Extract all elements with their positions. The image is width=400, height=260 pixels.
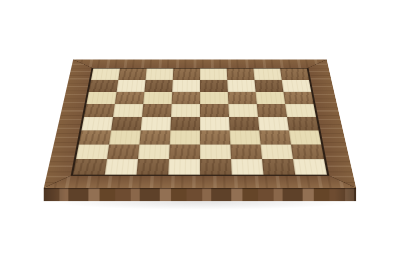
square-c2 <box>138 145 170 160</box>
square-e8 <box>200 69 227 80</box>
square-b3 <box>109 130 141 144</box>
square-h1 <box>293 159 327 174</box>
square-f1 <box>231 159 263 174</box>
playing-area <box>71 68 330 176</box>
square-c8 <box>146 69 174 80</box>
square-a8 <box>91 69 120 80</box>
frame-rail-left <box>44 59 93 188</box>
square-a3 <box>79 130 111 144</box>
square-a1 <box>73 159 107 174</box>
square-a5 <box>84 104 115 117</box>
square-d6 <box>172 92 200 104</box>
square-f6 <box>228 92 257 104</box>
square-h3 <box>289 130 321 144</box>
square-h2 <box>291 145 324 160</box>
square-h8 <box>280 69 309 80</box>
square-b4 <box>111 117 142 130</box>
chess-board <box>44 59 356 188</box>
square-h7 <box>282 80 311 92</box>
square-g2 <box>261 145 293 160</box>
square-d5 <box>171 104 200 117</box>
square-g3 <box>259 130 291 144</box>
frame-rail-top <box>71 59 328 67</box>
square-e2 <box>200 145 231 160</box>
square-g8 <box>253 69 281 80</box>
square-b8 <box>118 69 146 80</box>
square-e7 <box>200 80 228 92</box>
chess-board-3d <box>44 59 356 188</box>
square-g1 <box>262 159 295 174</box>
square-g7 <box>254 80 283 92</box>
frame-mitre-seam-bottom-right <box>329 176 356 188</box>
square-b6 <box>115 92 145 104</box>
frame-mitre-seam-bottom-left <box>44 176 71 188</box>
square-a4 <box>81 117 113 130</box>
square-b2 <box>107 145 139 160</box>
photo-backdrop <box>0 0 400 260</box>
square-e1 <box>200 159 232 174</box>
square-d7 <box>172 80 200 92</box>
square-a7 <box>89 80 118 92</box>
square-f4 <box>229 117 259 130</box>
square-d1 <box>168 159 200 174</box>
square-b7 <box>117 80 146 92</box>
square-c6 <box>143 92 172 104</box>
square-f7 <box>227 80 255 92</box>
square-f2 <box>230 145 262 160</box>
square-b1 <box>105 159 138 174</box>
frame-rail-right <box>307 59 356 188</box>
square-c7 <box>144 80 172 92</box>
board-front-edge <box>44 188 356 201</box>
frame-rail-bottom <box>44 176 356 188</box>
square-c4 <box>141 117 171 130</box>
board-squares <box>73 69 327 175</box>
square-g6 <box>256 92 286 104</box>
square-b5 <box>113 104 143 117</box>
square-a2 <box>76 145 109 160</box>
square-a6 <box>86 92 116 104</box>
square-c3 <box>139 130 170 144</box>
square-c1 <box>137 159 169 174</box>
square-e4 <box>200 117 230 130</box>
square-e6 <box>200 92 228 104</box>
square-f8 <box>227 69 255 80</box>
square-h6 <box>283 92 313 104</box>
square-g5 <box>257 104 287 117</box>
square-f5 <box>228 104 258 117</box>
square-d3 <box>170 130 200 144</box>
square-d2 <box>169 145 200 160</box>
square-e3 <box>200 130 230 144</box>
square-h5 <box>285 104 316 117</box>
square-f3 <box>230 130 261 144</box>
square-c5 <box>142 104 172 117</box>
square-g4 <box>258 117 289 130</box>
square-h4 <box>287 117 319 130</box>
square-d8 <box>173 69 200 80</box>
square-e5 <box>200 104 229 117</box>
square-d4 <box>170 117 200 130</box>
